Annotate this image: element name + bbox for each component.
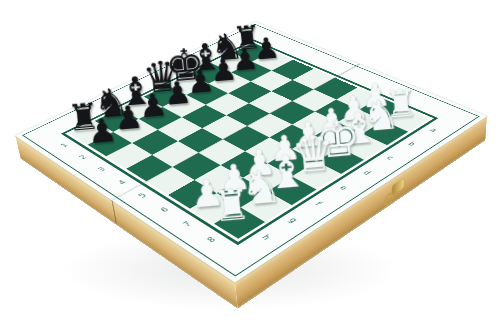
box-clasp-ring[interactable] (384, 190, 394, 208)
piece-black-pawn-h2[interactable]: ♟ (85, 113, 120, 149)
camera-roll-wrapper: ♜♟♟♜♞♟♟♞♝♟♟♝♚♟♟♚♛♟♟♛♝♟♟♝♞♟♟♞♜♟♟♜ 1234567… (0, 0, 500, 325)
board-surface: ♜♟♟♜♞♟♟♞♝♟♟♝♚♟♟♚♛♟♟♛♝♟♟♝♞♟♟♞♜♟♟♜ 1234567… (15, 21, 487, 282)
piece-white-rook-h8[interactable]: ♜ (211, 183, 252, 228)
box-clasp[interactable] (392, 178, 404, 196)
folding-chess-box: ♜♟♟♜♞♟♟♞♝♟♟♝♚♟♟♚♛♟♟♛♝♟♟♝♞♟♟♞♜♟♟♜ 1234567… (20, 41, 485, 307)
product-photo-canvas: ♜♟♟♜♞♟♟♞♝♟♟♝♚♟♟♚♛♟♟♛♝♟♟♝♞♟♟♞♜♟♟♜ 1234567… (0, 0, 500, 325)
